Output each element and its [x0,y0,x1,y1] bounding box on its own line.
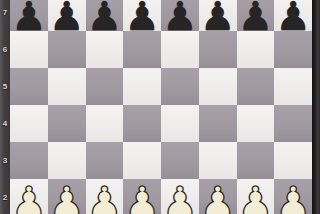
white-pawn[interactable]: ♟ [237,183,273,214]
white-pawn[interactable]: ♟ [124,183,160,214]
square-b6[interactable] [48,31,86,68]
square-c5[interactable] [86,68,124,105]
square-h5[interactable] [274,68,312,105]
square-d2[interactable]: ♟ [123,179,161,214]
rank-label-6: 6 [0,45,10,55]
square-g6[interactable] [237,31,275,68]
square-b4[interactable] [48,105,86,142]
black-pawn[interactable]: ♟ [162,0,198,35]
square-b7[interactable]: ♟ [48,0,86,31]
square-g4[interactable] [237,105,275,142]
black-pawn[interactable]: ♟ [124,0,160,35]
square-b5[interactable] [48,68,86,105]
square-c3[interactable] [86,142,124,179]
square-h3[interactable] [274,142,312,179]
white-pawn[interactable]: ♟ [275,183,311,214]
rank-label-3: 3 [0,156,10,166]
square-a4[interactable] [10,105,48,142]
white-pawn[interactable]: ♟ [162,183,198,214]
square-f5[interactable] [199,68,237,105]
square-g3[interactable] [237,142,275,179]
square-d6[interactable] [123,31,161,68]
square-e6[interactable] [161,31,199,68]
square-d5[interactable] [123,68,161,105]
rank-label-7: 7 [0,8,10,18]
square-c4[interactable] [86,105,124,142]
square-h6[interactable] [274,31,312,68]
black-pawn[interactable]: ♟ [49,0,85,35]
square-e7[interactable]: ♟ [161,0,199,31]
chess-board: ♟♟♟♟♟♟♟♟♟♟♟♟♟♟♟♟ [10,0,312,214]
square-a6[interactable] [10,31,48,68]
square-e2[interactable]: ♟ [161,179,199,214]
square-b2[interactable]: ♟ [48,179,86,214]
black-pawn[interactable]: ♟ [237,0,273,35]
square-a5[interactable] [10,68,48,105]
white-pawn[interactable]: ♟ [86,183,122,214]
black-pawn[interactable]: ♟ [200,0,236,35]
rank-label-4: 4 [0,119,10,129]
square-h2[interactable]: ♟ [274,179,312,214]
black-pawn[interactable]: ♟ [11,0,47,35]
black-pawn[interactable]: ♟ [86,0,122,35]
chess-app-screenshot: ♟♟♟♟♟♟♟♟♟♟♟♟♟♟♟♟ 765432 [0,0,320,214]
right-board-edge [312,0,320,214]
square-f4[interactable] [199,105,237,142]
square-a3[interactable] [10,142,48,179]
square-d3[interactable] [123,142,161,179]
square-g2[interactable]: ♟ [237,179,275,214]
square-a7[interactable]: ♟ [10,0,48,31]
square-a2[interactable]: ♟ [10,179,48,214]
square-f6[interactable] [199,31,237,68]
square-b3[interactable] [48,142,86,179]
white-pawn[interactable]: ♟ [49,183,85,214]
square-g5[interactable] [237,68,275,105]
square-e3[interactable] [161,142,199,179]
rank-label-5: 5 [0,82,10,92]
square-c6[interactable] [86,31,124,68]
square-h4[interactable] [274,105,312,142]
square-d4[interactable] [123,105,161,142]
white-pawn[interactable]: ♟ [200,183,236,214]
left-coordinate-strip: 765432 [0,0,10,214]
black-pawn[interactable]: ♟ [275,0,311,35]
square-f7[interactable]: ♟ [199,0,237,31]
square-c7[interactable]: ♟ [86,0,124,31]
square-e4[interactable] [161,105,199,142]
square-d7[interactable]: ♟ [123,0,161,31]
white-pawn[interactable]: ♟ [11,183,47,214]
square-c2[interactable]: ♟ [86,179,124,214]
square-g7[interactable]: ♟ [237,0,275,31]
square-e5[interactable] [161,68,199,105]
square-f3[interactable] [199,142,237,179]
rank-label-2: 2 [0,193,10,203]
square-h7[interactable]: ♟ [274,0,312,31]
square-f2[interactable]: ♟ [199,179,237,214]
